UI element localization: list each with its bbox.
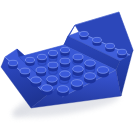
stud: [41, 85, 52, 96]
stud: [97, 67, 109, 78]
stud: [71, 80, 83, 91]
stud: [105, 43, 114, 52]
stud: [73, 66, 84, 76]
stud: [20, 68, 30, 77]
stud: [60, 47, 69, 56]
stud: [73, 54, 83, 63]
stud: [60, 71, 71, 81]
product-photo: [0, 0, 135, 135]
stud: [36, 67, 46, 76]
stud: [60, 58, 70, 67]
stud: [48, 50, 57, 59]
stud: [84, 73, 96, 84]
stud: [85, 60, 96, 70]
stud: [25, 57, 34, 66]
stud: [37, 54, 46, 63]
stud: [48, 62, 58, 71]
stud: [8, 60, 17, 69]
stud: [117, 49, 126, 58]
stud: [57, 86, 69, 97]
lego-brick-illustration: [0, 0, 135, 135]
stud: [80, 31, 89, 39]
stud: [93, 37, 102, 45]
stud: [31, 77, 42, 87]
